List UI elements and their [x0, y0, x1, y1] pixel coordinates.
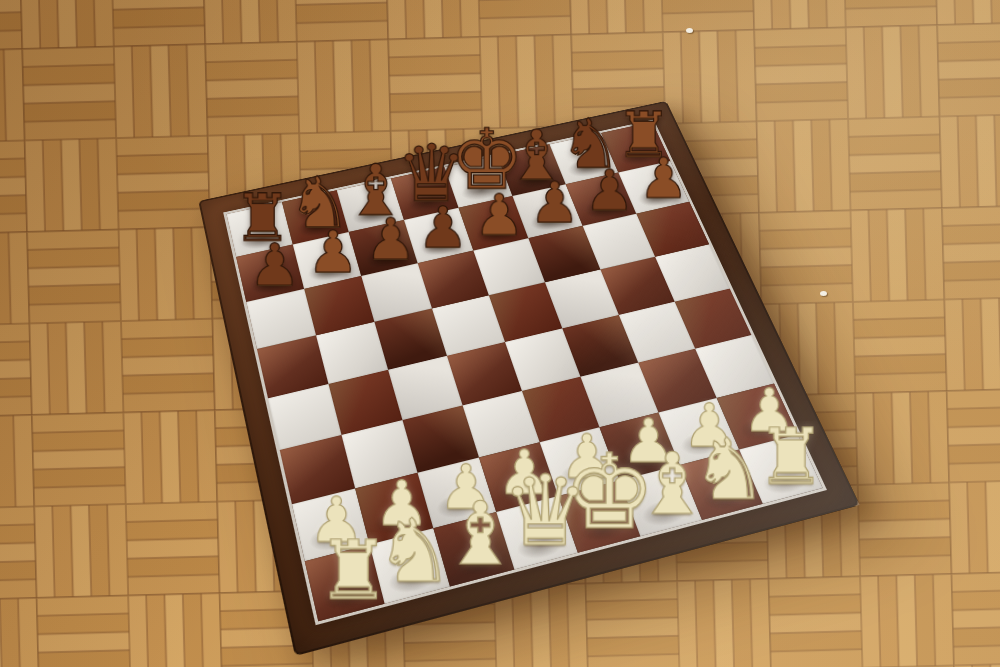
- piece-black-pawn[interactable]: ♟: [585, 164, 635, 217]
- square-c4[interactable]: [388, 356, 463, 420]
- piece-black-pawn[interactable]: ♟: [365, 212, 416, 266]
- square-a1[interactable]: ♜: [305, 545, 385, 622]
- square-b4[interactable]: [328, 370, 402, 435]
- piece-black-pawn[interactable]: ♟: [307, 225, 359, 280]
- piece-black-pawn[interactable]: ♟: [530, 176, 580, 229]
- photo-scene: ♜♞♝♛♚♝♞♜♟♟♟♟♟♟♟♟♟♟♟♟♟♟♟♟♜♞♝♛♚♝♞♜: [0, 0, 1000, 667]
- piece-black-pawn[interactable]: ♟: [474, 189, 525, 243]
- piece-black-pawn[interactable]: ♟: [418, 201, 469, 255]
- piece-white-rook[interactable]: ♜: [317, 532, 390, 609]
- dust-speck: [686, 28, 693, 33]
- piece-black-pawn[interactable]: ♟: [639, 152, 689, 205]
- piece-black-pawn[interactable]: ♟: [249, 238, 301, 293]
- dust-speck: [820, 291, 827, 296]
